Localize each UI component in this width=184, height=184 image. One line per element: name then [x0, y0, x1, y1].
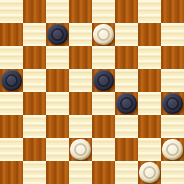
- square-d2[interactable]: [69, 138, 92, 161]
- square-b7: [23, 23, 46, 46]
- square-c2: [46, 138, 69, 161]
- white-man[interactable]: [162, 139, 183, 160]
- square-c4: [46, 92, 69, 115]
- square-g7[interactable]: [138, 23, 161, 46]
- square-b1: [23, 161, 46, 184]
- square-f7: [115, 23, 138, 46]
- square-d3: [69, 115, 92, 138]
- square-h3: [161, 115, 184, 138]
- square-b5: [23, 69, 46, 92]
- black-man[interactable]: [93, 70, 114, 91]
- square-a8: [0, 0, 23, 23]
- square-c7[interactable]: [46, 23, 69, 46]
- square-h2[interactable]: [161, 138, 184, 161]
- square-h1: [161, 161, 184, 184]
- white-man[interactable]: [93, 24, 114, 45]
- square-g3[interactable]: [138, 115, 161, 138]
- square-d8[interactable]: [69, 0, 92, 23]
- square-c5[interactable]: [46, 69, 69, 92]
- square-f5: [115, 69, 138, 92]
- white-man[interactable]: [139, 162, 160, 183]
- square-g5[interactable]: [138, 69, 161, 92]
- square-e4: [92, 92, 115, 115]
- square-b6[interactable]: [23, 46, 46, 69]
- square-d1: [69, 161, 92, 184]
- square-f2[interactable]: [115, 138, 138, 161]
- square-d7: [69, 23, 92, 46]
- square-e7[interactable]: [92, 23, 115, 46]
- square-a7[interactable]: [0, 23, 23, 46]
- square-e2: [92, 138, 115, 161]
- square-h6[interactable]: [161, 46, 184, 69]
- square-a5[interactable]: [0, 69, 23, 92]
- square-g1[interactable]: [138, 161, 161, 184]
- square-h4[interactable]: [161, 92, 184, 115]
- square-e8: [92, 0, 115, 23]
- black-man[interactable]: [162, 93, 183, 114]
- square-g2: [138, 138, 161, 161]
- square-e6: [92, 46, 115, 69]
- square-a1[interactable]: [0, 161, 23, 184]
- square-h8[interactable]: [161, 0, 184, 23]
- square-f4[interactable]: [115, 92, 138, 115]
- square-f8[interactable]: [115, 0, 138, 23]
- square-b8[interactable]: [23, 0, 46, 23]
- black-man[interactable]: [47, 24, 68, 45]
- square-e1[interactable]: [92, 161, 115, 184]
- square-f6[interactable]: [115, 46, 138, 69]
- square-d4[interactable]: [69, 92, 92, 115]
- square-f3: [115, 115, 138, 138]
- square-c3[interactable]: [46, 115, 69, 138]
- square-e3[interactable]: [92, 115, 115, 138]
- square-g6: [138, 46, 161, 69]
- square-a6: [0, 46, 23, 69]
- square-g8: [138, 0, 161, 23]
- square-e5[interactable]: [92, 69, 115, 92]
- square-d6[interactable]: [69, 46, 92, 69]
- square-d5: [69, 69, 92, 92]
- square-f1: [115, 161, 138, 184]
- square-b3: [23, 115, 46, 138]
- square-a4: [0, 92, 23, 115]
- square-a2: [0, 138, 23, 161]
- square-h7: [161, 23, 184, 46]
- square-c6: [46, 46, 69, 69]
- white-man[interactable]: [70, 139, 91, 160]
- black-man[interactable]: [116, 93, 137, 114]
- square-c1[interactable]: [46, 161, 69, 184]
- square-b4[interactable]: [23, 92, 46, 115]
- square-a3[interactable]: [0, 115, 23, 138]
- square-c8: [46, 0, 69, 23]
- square-b2[interactable]: [23, 138, 46, 161]
- black-man[interactable]: [1, 70, 22, 91]
- square-g4: [138, 92, 161, 115]
- checkers-board: [0, 0, 184, 184]
- square-h5: [161, 69, 184, 92]
